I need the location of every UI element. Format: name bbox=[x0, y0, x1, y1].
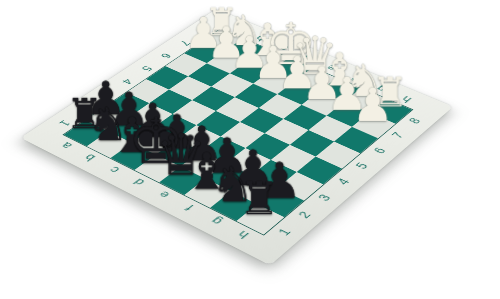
board-grid: ♜♞♝♚♛♝♞♜♟♟♟♟♟♟♟♟♟♟♟♟♟♟♟♟♜♞♝♚♛♝♞♜ bbox=[62, 28, 413, 235]
product-photo: abcdefgh abcdefgh 87654321 87654321 ♜♞♝♚… bbox=[0, 0, 500, 299]
scene: abcdefgh abcdefgh 87654321 87654321 ♜♞♝♚… bbox=[0, 0, 500, 299]
piece-black-rook-h1[interactable]: ♜ bbox=[239, 177, 279, 222]
chess-board: abcdefgh abcdefgh 87654321 87654321 ♜♞♝♚… bbox=[21, 9, 453, 265]
piece-white-pawn-h7[interactable]: ♟ bbox=[352, 82, 393, 128]
